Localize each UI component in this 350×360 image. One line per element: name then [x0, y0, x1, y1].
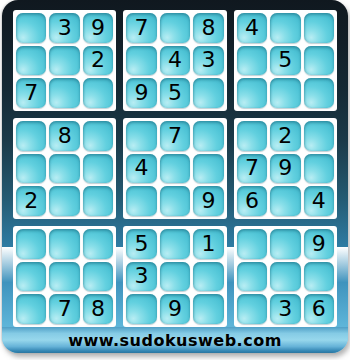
cell-r1c4[interactable]: 7: [126, 13, 156, 43]
cell-r9c9[interactable]: 6: [304, 294, 334, 324]
cell-r4c6[interactable]: [193, 121, 223, 151]
cell-r3c9[interactable]: [304, 78, 334, 108]
cell-r3c1[interactable]: 7: [16, 78, 46, 108]
cell-r8c6[interactable]: [193, 262, 223, 292]
cell-r2c5[interactable]: 4: [160, 46, 190, 76]
cell-r3c4[interactable]: 9: [126, 78, 156, 108]
cell-r9c1[interactable]: [16, 294, 46, 324]
cell-r6c1[interactable]: 2: [16, 186, 46, 216]
cell-r7c2[interactable]: [49, 229, 79, 259]
block-3: 45: [234, 10, 337, 111]
cell-r2c7[interactable]: [237, 46, 267, 76]
cell-r2c3[interactable]: 2: [83, 46, 113, 76]
block-2: 784395: [123, 10, 226, 111]
cell-r9c3[interactable]: 8: [83, 294, 113, 324]
cell-r8c1[interactable]: [16, 262, 46, 292]
cell-r5c1[interactable]: [16, 154, 46, 184]
cell-r3c7[interactable]: [237, 78, 267, 108]
block-1: 3927: [13, 10, 116, 111]
page: 3927784395458274927964785139936 www.sudo…: [0, 0, 350, 360]
block-9: 936: [234, 226, 337, 327]
cell-r9c7[interactable]: [237, 294, 267, 324]
cell-r5c3[interactable]: [83, 154, 113, 184]
cell-r2c1[interactable]: [16, 46, 46, 76]
cell-r6c4[interactable]: [126, 186, 156, 216]
block-4: 82: [13, 118, 116, 219]
cell-r6c6[interactable]: 9: [193, 186, 223, 216]
cell-r1c2[interactable]: 3: [49, 13, 79, 43]
cell-r8c2[interactable]: [49, 262, 79, 292]
cell-r4c3[interactable]: [83, 121, 113, 151]
cell-r1c8[interactable]: [270, 13, 300, 43]
cell-r3c3[interactable]: [83, 78, 113, 108]
cell-r1c9[interactable]: [304, 13, 334, 43]
cell-r2c9[interactable]: [304, 46, 334, 76]
cell-r9c5[interactable]: 9: [160, 294, 190, 324]
cell-r5c6[interactable]: [193, 154, 223, 184]
cell-r9c6[interactable]: [193, 294, 223, 324]
cell-r7c4[interactable]: 5: [126, 229, 156, 259]
cell-r4c4[interactable]: [126, 121, 156, 151]
cell-r5c8[interactable]: 9: [270, 154, 300, 184]
cell-r4c7[interactable]: [237, 121, 267, 151]
cell-r6c3[interactable]: [83, 186, 113, 216]
cell-r6c7[interactable]: 6: [237, 186, 267, 216]
cell-r8c4[interactable]: 3: [126, 262, 156, 292]
cell-r3c6[interactable]: [193, 78, 223, 108]
cell-r8c7[interactable]: [237, 262, 267, 292]
cell-r3c2[interactable]: [49, 78, 79, 108]
cell-r9c8[interactable]: 3: [270, 294, 300, 324]
cell-r7c6[interactable]: 1: [193, 229, 223, 259]
cell-r5c5[interactable]: [160, 154, 190, 184]
cell-r2c2[interactable]: [49, 46, 79, 76]
block-7: 78: [13, 226, 116, 327]
block-8: 5139: [123, 226, 226, 327]
cell-r6c9[interactable]: 4: [304, 186, 334, 216]
cell-r4c9[interactable]: [304, 121, 334, 151]
cell-r5c7[interactable]: 7: [237, 154, 267, 184]
cell-r7c5[interactable]: [160, 229, 190, 259]
cell-r4c8[interactable]: 2: [270, 121, 300, 151]
footer-bar: www.sudokusweb.com: [2, 327, 348, 353]
cell-r2c6[interactable]: 3: [193, 46, 223, 76]
cell-r6c2[interactable]: [49, 186, 79, 216]
cell-r4c1[interactable]: [16, 121, 46, 151]
block-5: 749: [123, 118, 226, 219]
cell-r5c4[interactable]: 4: [126, 154, 156, 184]
block-6: 27964: [234, 118, 337, 219]
cell-r8c3[interactable]: [83, 262, 113, 292]
cell-r5c2[interactable]: [49, 154, 79, 184]
cell-r7c7[interactable]: [237, 229, 267, 259]
cell-r4c2[interactable]: 8: [49, 121, 79, 151]
cell-r4c5[interactable]: 7: [160, 121, 190, 151]
cell-r1c6[interactable]: 8: [193, 13, 223, 43]
cell-r1c7[interactable]: 4: [237, 13, 267, 43]
cell-r7c3[interactable]: [83, 229, 113, 259]
cell-r3c5[interactable]: 5: [160, 78, 190, 108]
cell-r8c9[interactable]: [304, 262, 334, 292]
cell-r1c3[interactable]: 9: [83, 13, 113, 43]
cell-r8c5[interactable]: [160, 262, 190, 292]
cell-r7c8[interactable]: [270, 229, 300, 259]
cell-r2c4[interactable]: [126, 46, 156, 76]
board-frame: 3927784395458274927964785139936 www.sudo…: [2, 0, 348, 353]
cell-r8c8[interactable]: [270, 262, 300, 292]
cell-r7c9[interactable]: 9: [304, 229, 334, 259]
website-url: www.sudokusweb.com: [68, 331, 282, 350]
cell-r7c1[interactable]: [16, 229, 46, 259]
cell-r3c8[interactable]: [270, 78, 300, 108]
sudoku-board: 3927784395458274927964785139936: [13, 10, 337, 327]
cell-r2c8[interactable]: 5: [270, 46, 300, 76]
cell-r5c9[interactable]: [304, 154, 334, 184]
cell-r9c4[interactable]: [126, 294, 156, 324]
cell-r1c5[interactable]: [160, 13, 190, 43]
cell-r1c1[interactable]: [16, 13, 46, 43]
cell-r6c5[interactable]: [160, 186, 190, 216]
cell-r9c2[interactable]: 7: [49, 294, 79, 324]
cell-r6c8[interactable]: [270, 186, 300, 216]
